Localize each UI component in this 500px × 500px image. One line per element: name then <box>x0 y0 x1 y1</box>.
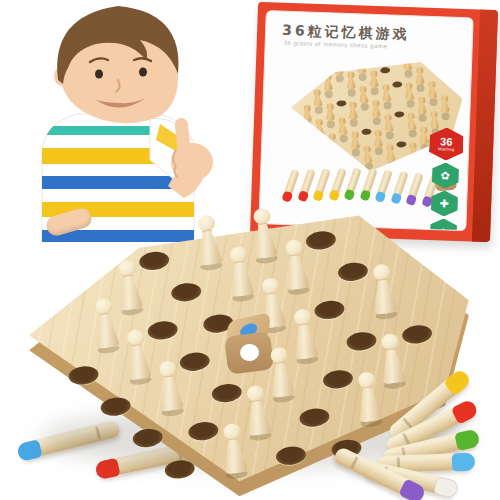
product-photo-scene: 36粒记忆棋游戏 36 grains of memory chess game … <box>0 0 500 500</box>
stick-color-tip <box>452 452 476 471</box>
stick-color-tip <box>433 476 459 499</box>
stick-color-tip <box>443 367 472 396</box>
loose-sticks-right <box>0 0 500 500</box>
stick-color-tip <box>451 398 480 424</box>
stick-color-tip <box>454 428 480 451</box>
stick-groove <box>350 456 358 469</box>
